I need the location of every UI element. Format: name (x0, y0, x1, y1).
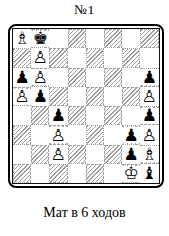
square-a7[interactable] (13, 48, 31, 67)
square-a5[interactable]: ♟♙ (13, 87, 31, 106)
square-h1[interactable]: ♝ (140, 164, 158, 183)
square-c6[interactable] (49, 68, 67, 87)
square-f8[interactable] (104, 29, 122, 48)
square-e1[interactable] (86, 164, 104, 183)
square-e6[interactable] (86, 68, 104, 87)
square-f6[interactable] (104, 68, 122, 87)
white-bishop-a8: ♝♗ (14, 30, 29, 47)
square-d5[interactable] (68, 87, 86, 106)
black-pawn-h6: ♟ (142, 69, 157, 86)
square-f7[interactable] (104, 48, 122, 67)
white-pawn-c3: ♟♙ (51, 127, 66, 144)
piece-glyph: ♙ (33, 49, 48, 66)
piece-glyph: ♙ (14, 88, 29, 105)
square-c7[interactable] (49, 48, 67, 67)
square-d6[interactable] (68, 68, 86, 87)
board-grid: ♝♗♚♟♙♟♟♙♟♟♙♟♟♙♟♟♟♙♟♟♙♟♙♟♝♗♚♔♝ (12, 28, 160, 184)
square-c8[interactable] (49, 29, 67, 48)
square-e4[interactable] (86, 106, 104, 125)
piece-glyph: ♟ (124, 146, 139, 163)
piece-glyph: ♚ (33, 30, 48, 47)
white-pawn-h5: ♟♙ (142, 88, 157, 105)
square-g6[interactable] (122, 68, 140, 87)
square-g8[interactable] (122, 29, 140, 48)
square-c5[interactable] (49, 87, 67, 106)
piece-glyph: ♟ (33, 88, 48, 105)
square-h3[interactable]: ♟♙ (140, 125, 158, 144)
piece-glyph: ♔ (124, 165, 139, 182)
piece-glyph: ♟ (51, 107, 66, 124)
square-e3[interactable] (86, 125, 104, 144)
square-e2[interactable] (86, 145, 104, 164)
puzzle-stipulation: Мат в 6 ходов (0, 205, 169, 221)
square-f3[interactable] (104, 125, 122, 144)
square-d4[interactable] (68, 106, 86, 125)
square-a8[interactable]: ♝♗ (13, 29, 31, 48)
square-e8[interactable] (86, 29, 104, 48)
black-pawn-c4: ♟ (51, 107, 66, 124)
white-king-g1: ♚♔ (124, 165, 139, 182)
square-g7[interactable] (122, 48, 140, 67)
square-b4[interactable] (31, 106, 49, 125)
square-b5[interactable]: ♟ (31, 87, 49, 106)
piece-glyph: ♙ (142, 127, 157, 144)
square-g4[interactable] (122, 106, 140, 125)
piece-glyph: ♝ (142, 165, 157, 182)
chess-board: ♝♗♚♟♙♟♟♙♟♟♙♟♟♙♟♟♟♙♟♟♙♟♙♟♝♗♚♔♝ (8, 24, 164, 188)
white-bishop-h2: ♝♗ (142, 146, 157, 163)
square-e5[interactable] (86, 87, 104, 106)
square-c3[interactable]: ♟♙ (49, 125, 67, 144)
square-h6[interactable]: ♟ (140, 68, 158, 87)
black-pawn-h4: ♟ (142, 107, 157, 124)
square-e7[interactable] (86, 48, 104, 67)
puzzle-number: №1 (0, 2, 169, 18)
square-d8[interactable] (68, 29, 86, 48)
square-g1[interactable]: ♚♔ (122, 164, 140, 183)
square-d7[interactable] (68, 48, 86, 67)
square-b7[interactable]: ♟♙ (31, 48, 49, 67)
piece-glyph: ♙ (142, 88, 157, 105)
white-pawn-b7: ♟♙ (33, 49, 48, 66)
piece-glyph: ♙ (51, 146, 66, 163)
square-a2[interactable] (13, 145, 31, 164)
black-pawn-b5: ♟ (33, 88, 48, 105)
white-pawn-c2: ♟♙ (51, 146, 66, 163)
square-d2[interactable] (68, 145, 86, 164)
square-d3[interactable] (68, 125, 86, 144)
square-f4[interactable] (104, 106, 122, 125)
square-g3[interactable]: ♟ (122, 125, 140, 144)
white-pawn-b6: ♟♙ (33, 69, 48, 86)
square-g2[interactable]: ♟ (122, 145, 140, 164)
square-b1[interactable] (31, 164, 49, 183)
square-f2[interactable] (104, 145, 122, 164)
square-f1[interactable] (104, 164, 122, 183)
square-b6[interactable]: ♟♙ (31, 68, 49, 87)
square-h7[interactable] (140, 48, 158, 67)
piece-glyph: ♗ (14, 30, 29, 47)
square-d1[interactable] (68, 164, 86, 183)
puzzle-page: №1 ♝♗♚♟♙♟♟♙♟♟♙♟♟♙♟♟♟♙♟♟♙♟♙♟♝♗♚♔♝ Мат в 6… (0, 0, 169, 236)
white-pawn-a5: ♟♙ (14, 88, 29, 105)
square-c4[interactable]: ♟ (49, 106, 67, 125)
piece-glyph: ♟ (124, 127, 139, 144)
square-a6[interactable]: ♟ (13, 68, 31, 87)
square-g5[interactable] (122, 87, 140, 106)
black-pawn-a6: ♟ (14, 69, 29, 86)
square-c2[interactable]: ♟♙ (49, 145, 67, 164)
square-a1[interactable] (13, 164, 31, 183)
black-king-b8: ♚ (33, 30, 48, 47)
piece-glyph: ♗ (142, 146, 157, 163)
piece-glyph: ♟ (14, 69, 29, 86)
square-b2[interactable] (31, 145, 49, 164)
square-h5[interactable]: ♟♙ (140, 87, 158, 106)
black-bishop-h1: ♝ (142, 165, 157, 182)
square-h2[interactable]: ♝♗ (140, 145, 158, 164)
piece-glyph: ♟ (142, 69, 157, 86)
black-pawn-g3: ♟ (124, 127, 139, 144)
white-pawn-h3: ♟♙ (142, 127, 157, 144)
square-a4[interactable] (13, 106, 31, 125)
square-h8[interactable] (140, 29, 158, 48)
square-b8[interactable]: ♚ (31, 29, 49, 48)
black-pawn-g2: ♟ (124, 146, 139, 163)
square-h4[interactable]: ♟ (140, 106, 158, 125)
square-c1[interactable] (49, 164, 67, 183)
square-f5[interactable] (104, 87, 122, 106)
square-b3[interactable] (31, 125, 49, 144)
piece-glyph: ♙ (33, 69, 48, 86)
square-a3[interactable] (13, 125, 31, 144)
piece-glyph: ♙ (51, 127, 66, 144)
piece-glyph: ♟ (142, 107, 157, 124)
